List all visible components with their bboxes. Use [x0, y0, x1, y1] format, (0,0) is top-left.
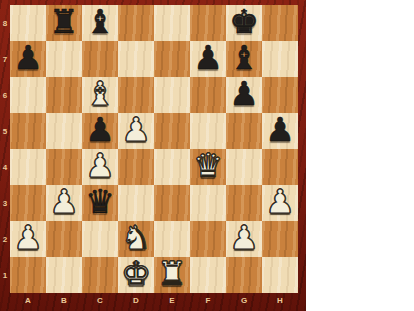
rank-label-4: 4 [0, 149, 10, 185]
square-g3[interactable] [226, 185, 262, 221]
square-b6[interactable] [46, 77, 82, 113]
file-label-c: C [82, 293, 118, 311]
square-g6[interactable]: ♟ [226, 77, 262, 113]
rank-label-2: 2 [0, 221, 10, 257]
square-d5[interactable]: ♟ [118, 113, 154, 149]
square-c7[interactable] [82, 41, 118, 77]
piece-black-pawn[interactable]: ♟ [13, 40, 43, 76]
piece-black-pawn[interactable]: ♟ [229, 76, 259, 112]
file-label-g: G [226, 293, 262, 311]
page-background: 87654321ABCDEFGH♜♝♚♟♟♝♝♟♟♟♟♟♛♟♛♟♟♞♟♚♜ [0, 0, 414, 311]
square-f6[interactable] [190, 77, 226, 113]
square-b3[interactable]: ♟ [46, 185, 82, 221]
square-f7[interactable]: ♟ [190, 41, 226, 77]
piece-white-queen[interactable]: ♛ [193, 148, 223, 184]
square-c1[interactable] [82, 257, 118, 293]
square-a2[interactable]: ♟ [10, 221, 46, 257]
square-c5[interactable]: ♟ [82, 113, 118, 149]
file-label-e: E [154, 293, 190, 311]
rank-label-6: 6 [0, 77, 10, 113]
square-a5[interactable] [10, 113, 46, 149]
square-b7[interactable] [46, 41, 82, 77]
square-g2[interactable]: ♟ [226, 221, 262, 257]
square-f5[interactable] [190, 113, 226, 149]
piece-white-bishop[interactable]: ♝ [85, 76, 115, 112]
square-c2[interactable] [82, 221, 118, 257]
square-d7[interactable] [118, 41, 154, 77]
square-g7[interactable]: ♝ [226, 41, 262, 77]
square-a7[interactable]: ♟ [10, 41, 46, 77]
chess-board: 87654321ABCDEFGH♜♝♚♟♟♝♝♟♟♟♟♟♛♟♛♟♟♞♟♚♜ [0, 0, 306, 311]
square-d2[interactable]: ♞ [118, 221, 154, 257]
square-f3[interactable] [190, 185, 226, 221]
square-g5[interactable] [226, 113, 262, 149]
square-e7[interactable] [154, 41, 190, 77]
file-label-b: B [46, 293, 82, 311]
piece-white-king[interactable]: ♚ [121, 256, 151, 292]
square-h3[interactable]: ♟ [262, 185, 298, 221]
square-h5[interactable]: ♟ [262, 113, 298, 149]
square-f1[interactable] [190, 257, 226, 293]
square-c6[interactable]: ♝ [82, 77, 118, 113]
square-a1[interactable] [10, 257, 46, 293]
square-g8[interactable]: ♚ [226, 5, 262, 41]
piece-black-pawn[interactable]: ♟ [265, 112, 295, 148]
square-h2[interactable] [262, 221, 298, 257]
file-label-a: A [10, 293, 46, 311]
piece-black-king[interactable]: ♚ [229, 4, 259, 40]
square-b2[interactable] [46, 221, 82, 257]
square-h8[interactable] [262, 5, 298, 41]
square-e3[interactable] [154, 185, 190, 221]
square-g4[interactable] [226, 149, 262, 185]
square-b4[interactable] [46, 149, 82, 185]
rank-label-5: 5 [0, 113, 10, 149]
square-e6[interactable] [154, 77, 190, 113]
file-label-f: F [190, 293, 226, 311]
square-c4[interactable]: ♟ [82, 149, 118, 185]
piece-white-knight[interactable]: ♞ [121, 220, 151, 256]
square-a4[interactable] [10, 149, 46, 185]
square-d8[interactable] [118, 5, 154, 41]
rank-label-3: 3 [0, 185, 10, 221]
file-label-h: H [262, 293, 298, 311]
piece-black-pawn[interactable]: ♟ [193, 40, 223, 76]
square-b5[interactable] [46, 113, 82, 149]
piece-black-rook[interactable]: ♜ [49, 4, 79, 40]
piece-black-bishop[interactable]: ♝ [229, 40, 259, 76]
rank-label-1: 1 [0, 257, 10, 293]
square-h4[interactable] [262, 149, 298, 185]
square-b1[interactable] [46, 257, 82, 293]
square-e2[interactable] [154, 221, 190, 257]
piece-white-pawn[interactable]: ♟ [265, 184, 295, 220]
square-c3[interactable]: ♛ [82, 185, 118, 221]
piece-white-pawn[interactable]: ♟ [85, 148, 115, 184]
square-e4[interactable] [154, 149, 190, 185]
rank-label-7: 7 [0, 41, 10, 77]
square-e5[interactable] [154, 113, 190, 149]
square-f4[interactable]: ♛ [190, 149, 226, 185]
piece-black-bishop[interactable]: ♝ [85, 4, 115, 40]
square-h1[interactable] [262, 257, 298, 293]
square-e8[interactable] [154, 5, 190, 41]
piece-white-pawn[interactable]: ♟ [121, 112, 151, 148]
piece-black-queen[interactable]: ♛ [85, 184, 115, 220]
square-d3[interactable] [118, 185, 154, 221]
square-c8[interactable]: ♝ [82, 5, 118, 41]
square-d1[interactable]: ♚ [118, 257, 154, 293]
square-a3[interactable] [10, 185, 46, 221]
square-a6[interactable] [10, 77, 46, 113]
square-f8[interactable] [190, 5, 226, 41]
piece-black-pawn[interactable]: ♟ [85, 112, 115, 148]
rank-label-8: 8 [0, 5, 10, 41]
square-e1[interactable]: ♜ [154, 257, 190, 293]
square-h6[interactable] [262, 77, 298, 113]
piece-white-pawn[interactable]: ♟ [49, 184, 79, 220]
square-h7[interactable] [262, 41, 298, 77]
square-d6[interactable] [118, 77, 154, 113]
piece-white-pawn[interactable]: ♟ [229, 220, 259, 256]
square-d4[interactable] [118, 149, 154, 185]
piece-white-rook[interactable]: ♜ [157, 256, 187, 292]
square-b8[interactable]: ♜ [46, 5, 82, 41]
file-label-d: D [118, 293, 154, 311]
square-g1[interactable] [226, 257, 262, 293]
piece-white-pawn[interactable]: ♟ [13, 220, 43, 256]
square-a8[interactable] [10, 5, 46, 41]
square-f2[interactable] [190, 221, 226, 257]
